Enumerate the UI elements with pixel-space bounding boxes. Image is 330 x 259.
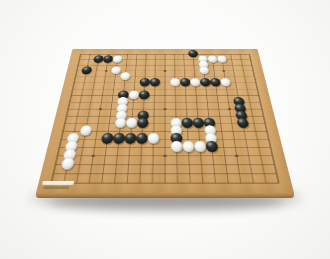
brand-stamp bbox=[42, 181, 74, 185]
board-grid bbox=[36, 49, 294, 193]
stone-white[interactable] bbox=[171, 141, 183, 152]
stone-white[interactable] bbox=[217, 55, 228, 62]
star-point bbox=[164, 70, 167, 72]
star-point bbox=[163, 155, 167, 158]
stone-white[interactable] bbox=[170, 78, 180, 86]
grid-line-vertical bbox=[152, 54, 155, 183]
photo-background bbox=[0, 0, 330, 259]
stone-black[interactable] bbox=[140, 78, 150, 86]
stone-black[interactable] bbox=[150, 78, 160, 86]
brand-stamp-text-smudge bbox=[43, 186, 69, 189]
star-point bbox=[222, 70, 225, 72]
grid-line-vertical bbox=[249, 54, 278, 183]
stone-black[interactable] bbox=[180, 78, 190, 86]
grid-line-vertical bbox=[212, 54, 228, 183]
stone-white[interactable] bbox=[148, 133, 160, 144]
stone-white[interactable] bbox=[220, 78, 231, 86]
star-point bbox=[91, 155, 95, 158]
stone-black[interactable] bbox=[139, 90, 150, 99]
star-point bbox=[235, 155, 239, 158]
star-point bbox=[99, 108, 102, 110]
star-point bbox=[105, 70, 108, 72]
go-board bbox=[36, 49, 294, 193]
grid-line-vertical bbox=[89, 54, 109, 183]
stone-white[interactable] bbox=[207, 55, 217, 62]
star-point bbox=[228, 108, 231, 110]
star-point bbox=[163, 108, 166, 110]
stone-black[interactable] bbox=[210, 78, 221, 86]
